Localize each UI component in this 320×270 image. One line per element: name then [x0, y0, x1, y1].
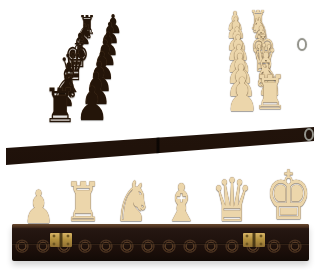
coordinate-label: 7: [81, 134, 92, 138]
coordinate-label: 4: [179, 127, 189, 131]
coordinate-label: F: [50, 56, 60, 59]
coordinate-label: 5: [147, 129, 157, 133]
square-f6: [120, 49, 149, 61]
white-knight-b1: ♞: [252, 58, 284, 102]
near-rank-label-1: 1: [260, 118, 287, 128]
square-e2: [225, 56, 251, 68]
square-d6: [115, 72, 145, 86]
square-f3: [199, 46, 224, 58]
brass-hinge-icon: [50, 233, 72, 247]
board-squares-grid: [41, 25, 285, 132]
black-king-e8: ♚: [64, 38, 89, 73]
square-f5: [147, 48, 174, 60]
square-g7: [96, 39, 125, 51]
coordinate-label: 3: [208, 22, 216, 24]
black-bishop-c8: ♝: [54, 58, 83, 99]
square-b8: [46, 100, 82, 116]
square-e1: [250, 55, 276, 67]
near-rank-label-2: 2: [231, 120, 258, 130]
coordinate-label: G: [277, 37, 285, 40]
square-c2: [226, 79, 254, 93]
right-file-label-e: E: [277, 54, 293, 64]
square-h2: [223, 26, 247, 36]
coordinate-label: 6: [115, 132, 126, 136]
coordinate-label: 6: [135, 24, 143, 26]
coordinate-label: G: [54, 45, 64, 48]
near-rank-label-6: 6: [105, 128, 135, 139]
white-pawn-f2: ♟: [225, 23, 248, 55]
square-c7: [82, 85, 115, 100]
square-a2: [227, 104, 257, 120]
brass-hinge-icon: [243, 233, 265, 247]
coordinate-label: C: [35, 94, 46, 97]
right-file-label-c: C: [282, 77, 299, 89]
coordinate-label: 2: [232, 21, 240, 23]
left-file-label-g: G: [49, 41, 68, 51]
square-e6: [118, 60, 147, 73]
coordinate-label: 8: [48, 136, 60, 140]
black-knight-b8: ♞: [49, 69, 81, 113]
black-pawn-a7: ♟: [75, 80, 109, 127]
far-rank-label-1: 1: [248, 19, 269, 25]
square-a1: [255, 103, 285, 119]
coordinate-label: H: [275, 28, 283, 30]
square-e8: [60, 62, 92, 75]
chess-board: 87654321 87654321 HGFEDCBA HGFEDCBA: [7, 17, 311, 148]
far-rank-label-3: 3: [202, 20, 223, 26]
coordinate-label: H: [58, 34, 67, 37]
coordinate-label: 7: [110, 24, 119, 26]
white-rook-h1: ♜: [249, 7, 268, 33]
black-pawn-b7: ♟: [80, 68, 112, 112]
board-clasp-icon: [297, 38, 307, 51]
square-e7: [89, 61, 120, 74]
black-pawn-c7: ♟: [84, 57, 113, 98]
square-e3: [199, 57, 225, 69]
tray-white-knight: ♞: [113, 176, 152, 228]
white-queen-d1: ♛: [251, 39, 278, 77]
coordinate-label: 2: [239, 123, 249, 127]
coordinate-label: 4: [184, 22, 192, 24]
right-file-label-h: H: [272, 25, 287, 34]
coordinate-label: A: [23, 124, 35, 128]
coordinate-label: 8: [84, 25, 93, 27]
coordinate-label: 1: [255, 20, 263, 22]
black-rook-h8: ♜: [78, 12, 97, 38]
square-d7: [86, 73, 118, 87]
square-d8: [56, 74, 89, 88]
left-file-label-d: D: [35, 76, 57, 88]
far-rank-label-4: 4: [177, 20, 198, 26]
piece-lineup-on-box: ♟♜♞♝♛♚♚♛♝♞♜♟: [18, 160, 302, 228]
black-pawn-f7: ♟: [96, 28, 119, 60]
square-h8: [72, 30, 101, 41]
square-h1: [246, 25, 270, 35]
square-a5: [138, 109, 170, 126]
square-h7: [99, 29, 127, 40]
square-g4: [174, 37, 199, 48]
square-a7: [74, 113, 109, 130]
square-b3: [199, 92, 228, 107]
white-rook-a1: ♜: [253, 69, 287, 116]
black-rook-a8: ♜: [43, 82, 77, 129]
square-d5: [144, 70, 173, 84]
near-rank-label-4: 4: [170, 124, 197, 135]
coordinate-label: B: [288, 94, 297, 97]
square-g2: [224, 35, 249, 46]
tray-white-pawn: ♟: [23, 186, 55, 228]
coordinate-label: A: [291, 108, 300, 112]
square-c1: [252, 77, 280, 91]
coordinate-label: E: [45, 68, 55, 71]
square-h6: [125, 28, 152, 39]
board-far-coordinates: 87654321: [76, 19, 269, 30]
left-file-label-b: B: [23, 103, 46, 117]
square-b2: [227, 91, 256, 106]
left-file-label-a: A: [17, 118, 41, 133]
square-f8: [64, 51, 95, 63]
square-a4: [168, 108, 198, 124]
square-c8: [51, 87, 86, 102]
white-pawn-c2: ♟: [225, 49, 254, 90]
near-rank-label-5: 5: [138, 126, 167, 137]
coordinate-label: D: [283, 69, 292, 72]
left-file-label-e: E: [40, 64, 61, 76]
board-fold-seam: [167, 21, 177, 135]
right-file-label-g: G: [274, 34, 289, 43]
white-pawn-a2: ♟: [225, 71, 259, 118]
tray-white-queen: ♛: [210, 173, 252, 228]
black-bishop-f8: ♝: [69, 29, 92, 61]
white-bishop-f1: ♝: [250, 22, 273, 54]
coordinate-label: C: [286, 82, 295, 85]
near-rank-label-8: 8: [37, 132, 70, 144]
square-d3: [199, 68, 226, 81]
far-rank-label-7: 7: [102, 22, 126, 28]
square-d2: [225, 67, 252, 80]
board-clasp-icon: [304, 128, 314, 141]
square-g3: [199, 36, 224, 47]
square-g1: [247, 34, 272, 45]
white-bishop-c1: ♝: [251, 48, 280, 89]
tray-white-king: ♚: [265, 165, 313, 228]
square-b1: [254, 90, 283, 105]
right-file-label-d: D: [279, 66, 296, 77]
square-g6: [122, 38, 150, 49]
square-g5: [149, 38, 175, 49]
square-c5: [142, 83, 172, 98]
coordinate-label: F: [279, 48, 287, 50]
white-pawn-b2: ♟: [225, 60, 257, 104]
square-e5: [145, 59, 173, 72]
square-e4: [173, 58, 200, 71]
square-f2: [224, 45, 250, 57]
square-c6: [112, 84, 143, 99]
right-file-label-a: A: [286, 103, 304, 116]
coordinate-label: 3: [209, 125, 219, 129]
white-pawn-e2: ♟: [225, 31, 250, 66]
black-knight-g8: ♞: [73, 20, 94, 49]
left-file-label-c: C: [29, 89, 52, 102]
square-d4: [172, 69, 200, 82]
product-photo-scene: 87654321 87654321 HGFEDCBA HGFEDCBA ♜♞♝♛…: [0, 0, 320, 270]
black-pawn-h7: ♟: [103, 12, 122, 38]
square-h3: [200, 26, 224, 36]
black-pawn-g7: ♟: [100, 19, 121, 48]
square-b4: [170, 94, 199, 109]
square-f4: [173, 47, 199, 59]
coordinate-label: E: [281, 58, 289, 61]
tray-white-rook: ♜: [65, 178, 103, 228]
coordinate-label: 1: [269, 121, 279, 125]
far-rank-label-5: 5: [153, 21, 175, 27]
far-rank-label-2: 2: [225, 19, 246, 25]
coordinate-label: D: [40, 81, 51, 85]
square-a8: [41, 115, 78, 132]
board-left-coordinates: HGFEDCBA: [17, 31, 72, 134]
white-pawn-g2: ♟: [226, 15, 247, 44]
left-file-label-h: H: [54, 31, 73, 41]
far-rank-label-6: 6: [128, 22, 151, 28]
coordinate-label: B: [29, 109, 41, 113]
square-b7: [78, 99, 112, 115]
square-c3: [199, 80, 227, 94]
square-b5: [140, 95, 171, 111]
square-c4: [171, 81, 199, 95]
square-h5: [150, 28, 176, 39]
coordinate-label: 5: [160, 23, 168, 25]
white-pawn-h2: ♟: [226, 8, 245, 34]
tray-white-bishop: ♝: [163, 180, 199, 228]
black-queen-d8: ♛: [59, 48, 86, 86]
near-rank-label-3: 3: [201, 122, 228, 133]
square-f7: [93, 50, 123, 62]
square-h4: [175, 27, 200, 37]
white-knight-g1: ♞: [249, 14, 270, 43]
black-pawn-d7: ♟: [88, 46, 115, 84]
far-rank-label-8: 8: [76, 23, 100, 29]
square-f1: [248, 44, 274, 55]
white-pawn-d2: ♟: [225, 40, 252, 78]
white-king-e1: ♚: [250, 30, 275, 65]
square-a3: [199, 106, 228, 122]
right-file-label-f: F: [275, 44, 291, 54]
left-file-label-f: F: [45, 52, 65, 63]
square-d1: [251, 66, 278, 79]
near-rank-label-7: 7: [71, 130, 102, 141]
square-b6: [109, 97, 141, 113]
black-pawn-e7: ♟: [92, 37, 117, 72]
square-g8: [68, 40, 98, 52]
right-file-label-b: B: [284, 90, 302, 102]
square-a6: [106, 111, 140, 128]
